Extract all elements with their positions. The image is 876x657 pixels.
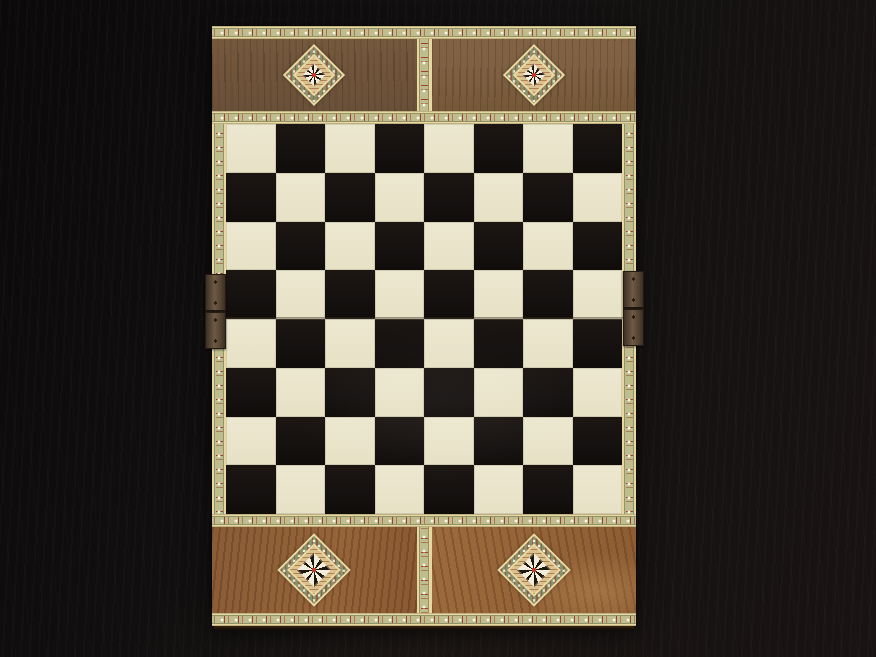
mosaic-border-bottom	[212, 613, 636, 626]
hinge-plate	[623, 271, 644, 309]
square-f7[interactable]	[474, 173, 524, 222]
square-d4[interactable]	[375, 319, 425, 368]
square-b4[interactable]	[276, 319, 326, 368]
square-h6[interactable]	[573, 222, 623, 271]
medallion-tan-band	[515, 57, 552, 94]
square-e1[interactable]	[424, 465, 474, 514]
medallion-rosette-icon	[522, 64, 545, 87]
medallion-olive-band	[280, 536, 348, 604]
top-wood-band	[212, 39, 636, 111]
square-a2[interactable]	[226, 417, 276, 466]
square-h3[interactable]	[573, 368, 623, 417]
mosaic-divider-bottom	[417, 527, 432, 613]
square-g7[interactable]	[523, 173, 573, 222]
inlay-medallion-bottom-left	[277, 533, 351, 607]
square-b1[interactable]	[276, 465, 326, 514]
square-g5[interactable]	[523, 270, 573, 319]
square-b8[interactable]	[276, 124, 326, 173]
medallion-olive-band	[505, 47, 562, 104]
square-d8[interactable]	[375, 124, 425, 173]
square-b7[interactable]	[276, 173, 326, 222]
table-surface	[0, 0, 876, 657]
square-a7[interactable]	[226, 173, 276, 222]
wood-panel-bottom-right	[432, 527, 637, 613]
square-b5[interactable]	[276, 270, 326, 319]
square-c3[interactable]	[325, 368, 375, 417]
square-c1[interactable]	[325, 465, 375, 514]
square-f1[interactable]	[474, 465, 524, 514]
medallion-cream-band	[507, 543, 561, 597]
square-e2[interactable]	[424, 417, 474, 466]
hinge-right	[623, 271, 644, 346]
folding-chess-board	[212, 26, 636, 626]
wood-panel-top-right	[432, 39, 637, 111]
square-a4[interactable]	[226, 319, 276, 368]
square-e5[interactable]	[424, 270, 474, 319]
fold-seam	[212, 317, 636, 320]
square-c4[interactable]	[325, 319, 375, 368]
square-c2[interactable]	[325, 417, 375, 466]
hinge-plate	[623, 309, 644, 346]
square-e8[interactable]	[424, 124, 474, 173]
hinge-left	[205, 274, 226, 349]
square-e3[interactable]	[424, 368, 474, 417]
medallion-tan-band	[296, 57, 333, 94]
square-h7[interactable]	[573, 173, 623, 222]
square-g8[interactable]	[523, 124, 573, 173]
square-d3[interactable]	[375, 368, 425, 417]
square-f3[interactable]	[474, 368, 524, 417]
medallion-tan-band	[290, 546, 338, 594]
square-b3[interactable]	[276, 368, 326, 417]
inlay-medallion-top-left	[283, 44, 345, 106]
square-h1[interactable]	[573, 465, 623, 514]
mosaic-border-top	[212, 26, 636, 39]
square-f6[interactable]	[474, 222, 524, 271]
square-g1[interactable]	[523, 465, 573, 514]
square-e7[interactable]	[424, 173, 474, 222]
square-f2[interactable]	[474, 417, 524, 466]
square-a8[interactable]	[226, 124, 276, 173]
square-f8[interactable]	[474, 124, 524, 173]
square-h8[interactable]	[573, 124, 623, 173]
square-f5[interactable]	[474, 270, 524, 319]
square-d6[interactable]	[375, 222, 425, 271]
square-f4[interactable]	[474, 319, 524, 368]
square-c7[interactable]	[325, 173, 375, 222]
square-b6[interactable]	[276, 222, 326, 271]
square-d2[interactable]	[375, 417, 425, 466]
square-g3[interactable]	[523, 368, 573, 417]
hinge-plate	[205, 274, 226, 312]
bottom-wood-band	[212, 527, 636, 613]
square-d1[interactable]	[375, 465, 425, 514]
medallion-olive-band	[500, 536, 568, 604]
wood-panel-bottom-left	[212, 527, 417, 613]
square-e6[interactable]	[424, 222, 474, 271]
square-a3[interactable]	[226, 368, 276, 417]
square-d7[interactable]	[375, 173, 425, 222]
square-h5[interactable]	[573, 270, 623, 319]
medallion-rosette-icon	[517, 553, 551, 587]
medallion-cream-band	[287, 543, 341, 597]
wood-panel-top-left	[212, 39, 417, 111]
square-g2[interactable]	[523, 417, 573, 466]
square-h4[interactable]	[573, 319, 623, 368]
mosaic-divider-top	[417, 39, 432, 111]
square-e4[interactable]	[424, 319, 474, 368]
medallion-olive-band	[286, 47, 343, 104]
square-c5[interactable]	[325, 270, 375, 319]
mosaic-frame-bottom	[212, 514, 636, 527]
square-b2[interactable]	[276, 417, 326, 466]
square-h2[interactable]	[573, 417, 623, 466]
square-g6[interactable]	[523, 222, 573, 271]
inlay-medallion-bottom-right	[497, 533, 571, 607]
mosaic-frame-top	[212, 111, 636, 124]
square-a5[interactable]	[226, 270, 276, 319]
medallion-tan-band	[510, 546, 558, 594]
square-a6[interactable]	[226, 222, 276, 271]
hinge-plate	[205, 312, 226, 349]
square-g4[interactable]	[523, 319, 573, 368]
medallion-rosette-icon	[303, 64, 326, 87]
square-c8[interactable]	[325, 124, 375, 173]
square-a1[interactable]	[226, 465, 276, 514]
inlay-medallion-top-right	[503, 44, 565, 106]
square-c6[interactable]	[325, 222, 375, 271]
medallion-cream-band	[293, 54, 335, 96]
square-d5[interactable]	[375, 270, 425, 319]
medallion-cream-band	[513, 54, 555, 96]
medallion-rosette-icon	[297, 553, 331, 587]
